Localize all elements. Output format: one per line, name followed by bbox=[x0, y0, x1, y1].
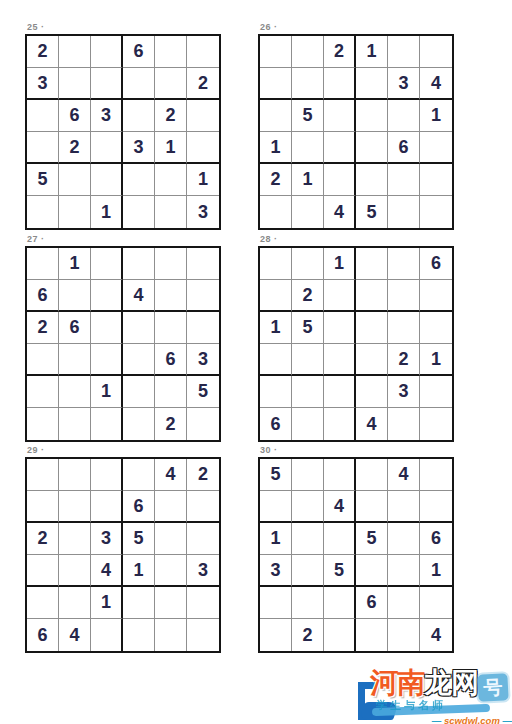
cell-r1c6 bbox=[420, 36, 452, 68]
cell-r1c4 bbox=[123, 459, 155, 491]
cell-r1c4 bbox=[356, 248, 388, 280]
cell-r1c3 bbox=[91, 459, 123, 491]
puzzle-number-label: 28 · bbox=[260, 235, 458, 244]
cell-r6c5 bbox=[155, 619, 187, 651]
sudoku-board-25: 26326322315113 bbox=[25, 34, 221, 230]
cell-r2c2: 2 bbox=[292, 280, 324, 312]
cell-r3c2: 5 bbox=[292, 100, 324, 132]
watermark-site-name: 河南龙网 bbox=[370, 668, 478, 698]
cell-r2c2 bbox=[292, 68, 324, 100]
cell-r6c5 bbox=[155, 196, 187, 228]
cell-r2c6 bbox=[187, 280, 219, 312]
puzzle-number-label: 30 · bbox=[260, 446, 458, 455]
cell-r3c4 bbox=[356, 312, 388, 344]
cell-r1c6 bbox=[187, 248, 219, 280]
cell-r1c1: 5 bbox=[260, 459, 292, 491]
cell-r1c4: 6 bbox=[123, 36, 155, 68]
cell-r6c6 bbox=[420, 408, 452, 440]
cell-r6c6: 4 bbox=[420, 619, 452, 651]
cell-r4c1 bbox=[260, 344, 292, 376]
cell-r2c2 bbox=[292, 491, 324, 523]
puzzle-number-label: 29 · bbox=[27, 446, 225, 455]
cell-r2c5 bbox=[388, 280, 420, 312]
watermark-dash-left: — bbox=[432, 715, 442, 724]
cell-r5c4 bbox=[123, 587, 155, 619]
sudoku-board-29: 426235413164 bbox=[25, 457, 221, 653]
cell-r5c2 bbox=[59, 587, 91, 619]
cell-r1c4 bbox=[356, 459, 388, 491]
cell-r3c2: 6 bbox=[59, 312, 91, 344]
cell-r4c3 bbox=[324, 344, 356, 376]
cell-r2c6 bbox=[420, 280, 452, 312]
cell-r3c3 bbox=[324, 312, 356, 344]
cell-r3c3: 3 bbox=[91, 523, 123, 555]
cell-r1c2 bbox=[292, 459, 324, 491]
cell-r6c3 bbox=[324, 408, 356, 440]
cell-r3c4 bbox=[356, 100, 388, 132]
cell-r1c2 bbox=[292, 248, 324, 280]
cell-r5c3 bbox=[324, 587, 356, 619]
sudoku-puzzle-27: 27 · 1642663152 bbox=[25, 235, 225, 442]
cell-r6c1 bbox=[27, 196, 59, 228]
cell-r2c4 bbox=[356, 280, 388, 312]
cell-r2c1: 6 bbox=[27, 280, 59, 312]
cell-r5c4 bbox=[356, 376, 388, 408]
cell-r6c4 bbox=[123, 619, 155, 651]
cell-r4c1: 3 bbox=[260, 555, 292, 587]
cell-r6c2 bbox=[292, 196, 324, 228]
cell-r5c2: 1 bbox=[292, 164, 324, 196]
cell-r6c3: 1 bbox=[91, 196, 123, 228]
cell-r4c6: 3 bbox=[187, 344, 219, 376]
cell-r5c5 bbox=[155, 376, 187, 408]
cell-r5c4 bbox=[123, 376, 155, 408]
cell-r4c6: 1 bbox=[420, 555, 452, 587]
cell-r4c2: 2 bbox=[59, 132, 91, 164]
cell-r2c4 bbox=[123, 68, 155, 100]
cell-r2c2 bbox=[59, 280, 91, 312]
watermark-dash-right: — bbox=[503, 715, 512, 724]
cell-r1c6: 2 bbox=[187, 459, 219, 491]
cell-r3c3 bbox=[91, 312, 123, 344]
cell-r6c3 bbox=[91, 408, 123, 440]
cell-r2c5 bbox=[388, 491, 420, 523]
cell-r4c4: 3 bbox=[123, 132, 155, 164]
cell-r6c1 bbox=[27, 408, 59, 440]
cell-r1c3 bbox=[91, 36, 123, 68]
cell-r6c2 bbox=[59, 408, 91, 440]
cell-r1c5 bbox=[155, 36, 187, 68]
cell-r6c2 bbox=[59, 196, 91, 228]
cell-r3c5 bbox=[155, 312, 187, 344]
cell-r6c6 bbox=[187, 408, 219, 440]
cell-r3c2 bbox=[292, 523, 324, 555]
watermark-url-text: scwdwl.com bbox=[444, 715, 500, 724]
cell-r2c4: 6 bbox=[123, 491, 155, 523]
cell-r4c6 bbox=[187, 132, 219, 164]
puzzle-number-label: 25 · bbox=[27, 23, 225, 32]
cell-r5c6: 1 bbox=[187, 164, 219, 196]
cell-r6c4 bbox=[356, 619, 388, 651]
cell-r4c3: 5 bbox=[324, 555, 356, 587]
cell-r3c5 bbox=[388, 523, 420, 555]
cell-r3c1: 2 bbox=[27, 312, 59, 344]
cell-r5c2 bbox=[292, 587, 324, 619]
cell-r5c2 bbox=[59, 164, 91, 196]
sudoku-puzzle-26: 26 · 213451162145 bbox=[258, 23, 458, 230]
cell-r5c4 bbox=[356, 164, 388, 196]
cell-r4c5: 6 bbox=[155, 344, 187, 376]
cell-r3c1: 2 bbox=[27, 523, 59, 555]
cell-r2c5 bbox=[155, 68, 187, 100]
cell-r6c5: 2 bbox=[155, 408, 187, 440]
cell-r1c5 bbox=[388, 248, 420, 280]
watermark-site-name-part2: 龙网 bbox=[424, 667, 478, 698]
cell-r4c6: 1 bbox=[420, 344, 452, 376]
cell-r6c6 bbox=[420, 196, 452, 228]
watermark-seal-stamp: 号 bbox=[477, 673, 508, 702]
cell-r3c5 bbox=[155, 523, 187, 555]
cell-r3c3: 3 bbox=[91, 100, 123, 132]
cell-r2c4 bbox=[356, 491, 388, 523]
cell-r5c6 bbox=[187, 587, 219, 619]
cell-r5c1 bbox=[260, 376, 292, 408]
cell-r3c5 bbox=[388, 312, 420, 344]
cell-r6c1 bbox=[260, 619, 292, 651]
cell-r6c4 bbox=[123, 408, 155, 440]
cell-r4c5 bbox=[388, 555, 420, 587]
cell-r3c6: 1 bbox=[420, 100, 452, 132]
sudoku-puzzle-28: 28 · 1621521364 bbox=[258, 235, 458, 442]
sudoku-board-26: 213451162145 bbox=[258, 34, 454, 230]
cell-r3c3 bbox=[324, 523, 356, 555]
cell-r4c2 bbox=[292, 132, 324, 164]
cell-r3c2: 6 bbox=[59, 100, 91, 132]
cell-r1c2: 1 bbox=[59, 248, 91, 280]
cell-r5c3 bbox=[324, 376, 356, 408]
cell-r5c2 bbox=[59, 376, 91, 408]
cell-r4c5: 1 bbox=[155, 132, 187, 164]
cell-r1c2 bbox=[59, 36, 91, 68]
cell-r4c1 bbox=[27, 344, 59, 376]
cell-r4c1 bbox=[27, 132, 59, 164]
cell-r1c5 bbox=[155, 248, 187, 280]
cell-r5c2 bbox=[292, 376, 324, 408]
cell-r6c5 bbox=[388, 408, 420, 440]
cell-r2c1 bbox=[260, 280, 292, 312]
cell-r5c5 bbox=[388, 587, 420, 619]
cell-r5c3: 1 bbox=[91, 587, 123, 619]
sudoku-puzzle-29: 29 · 426235413164 bbox=[25, 446, 225, 653]
cell-r4c3: 4 bbox=[91, 555, 123, 587]
cell-r6c2: 4 bbox=[59, 619, 91, 651]
watermark-site-name-part1: 河南 bbox=[370, 667, 424, 698]
cell-r5c5 bbox=[155, 587, 187, 619]
cell-r5c1: 2 bbox=[260, 164, 292, 196]
cell-r1c3: 1 bbox=[324, 248, 356, 280]
sudoku-board-28: 1621521364 bbox=[258, 246, 454, 442]
sudoku-worksheet-page: 25 · 26326322315113 26 · 213451162145 27… bbox=[0, 0, 512, 724]
cell-r3c3 bbox=[324, 100, 356, 132]
cell-r4c2 bbox=[59, 555, 91, 587]
cell-r5c1: 5 bbox=[27, 164, 59, 196]
cell-r4c5: 6 bbox=[388, 132, 420, 164]
cell-r3c1 bbox=[260, 100, 292, 132]
cell-r3c4: 5 bbox=[356, 523, 388, 555]
sudoku-puzzle-25: 25 · 26326322315113 bbox=[25, 23, 225, 230]
cell-r4c1 bbox=[27, 555, 59, 587]
cell-r5c1 bbox=[27, 587, 59, 619]
cell-r1c3 bbox=[91, 248, 123, 280]
cell-r2c1 bbox=[260, 491, 292, 523]
cell-r3c4: 5 bbox=[123, 523, 155, 555]
cell-r3c1 bbox=[27, 100, 59, 132]
cell-r3c5 bbox=[388, 100, 420, 132]
cell-r2c1: 3 bbox=[27, 68, 59, 100]
cell-r5c6: 5 bbox=[187, 376, 219, 408]
cell-r1c1: 2 bbox=[27, 36, 59, 68]
cell-r5c5: 3 bbox=[388, 376, 420, 408]
cell-r4c4: 1 bbox=[123, 555, 155, 587]
cell-r3c1: 1 bbox=[260, 312, 292, 344]
cell-r3c6 bbox=[420, 312, 452, 344]
cell-r3c6 bbox=[187, 100, 219, 132]
cell-r2c3 bbox=[324, 68, 356, 100]
cell-r6c2: 2 bbox=[292, 619, 324, 651]
sudoku-puzzle-30: 30 · 544156351624 bbox=[258, 446, 458, 653]
cell-r2c3 bbox=[91, 280, 123, 312]
cell-r3c6 bbox=[187, 312, 219, 344]
cell-r1c5: 4 bbox=[388, 459, 420, 491]
cell-r1c2 bbox=[292, 36, 324, 68]
cell-r6c6: 3 bbox=[187, 196, 219, 228]
cell-r1c3 bbox=[324, 459, 356, 491]
cell-r2c5: 3 bbox=[388, 68, 420, 100]
cell-r3c4 bbox=[123, 312, 155, 344]
cell-r6c3 bbox=[324, 619, 356, 651]
cell-r2c4: 4 bbox=[123, 280, 155, 312]
cell-r2c6 bbox=[187, 491, 219, 523]
cell-r6c1: 6 bbox=[27, 619, 59, 651]
cell-r1c4 bbox=[123, 248, 155, 280]
cell-r6c4 bbox=[123, 196, 155, 228]
cell-r1c6 bbox=[420, 459, 452, 491]
cell-r5c5 bbox=[155, 164, 187, 196]
cell-r1c5 bbox=[388, 36, 420, 68]
cell-r3c4 bbox=[123, 100, 155, 132]
cell-r1c3: 2 bbox=[324, 36, 356, 68]
cell-r6c1 bbox=[260, 196, 292, 228]
cell-r1c5: 4 bbox=[155, 459, 187, 491]
cell-r5c5 bbox=[388, 164, 420, 196]
cell-r2c6: 4 bbox=[420, 68, 452, 100]
cell-r2c4 bbox=[356, 68, 388, 100]
cell-r3c1: 1 bbox=[260, 523, 292, 555]
cell-r5c3 bbox=[91, 164, 123, 196]
cell-r3c5: 2 bbox=[155, 100, 187, 132]
cell-r4c2 bbox=[292, 344, 324, 376]
cell-r1c2 bbox=[59, 459, 91, 491]
cell-r6c3 bbox=[91, 619, 123, 651]
cell-r4c2 bbox=[292, 555, 324, 587]
cell-r4c3 bbox=[91, 132, 123, 164]
cell-r1c1 bbox=[27, 459, 59, 491]
cell-r4c3 bbox=[324, 132, 356, 164]
watermark-logo: 学生与名师 河南龙网 号 — scwdwl.com — bbox=[356, 670, 512, 724]
cell-r4c4 bbox=[356, 555, 388, 587]
sudoku-board-30: 544156351624 bbox=[258, 457, 454, 653]
cell-r2c2 bbox=[59, 68, 91, 100]
cell-r3c2: 5 bbox=[292, 312, 324, 344]
cell-r2c5 bbox=[155, 280, 187, 312]
cell-r2c6 bbox=[420, 491, 452, 523]
cell-r5c6 bbox=[420, 376, 452, 408]
cell-r4c6: 3 bbox=[187, 555, 219, 587]
cell-r4c5: 2 bbox=[388, 344, 420, 376]
cell-r6c3: 4 bbox=[324, 196, 356, 228]
cell-r5c4 bbox=[123, 164, 155, 196]
cell-r4c5 bbox=[155, 555, 187, 587]
cell-r5c3: 1 bbox=[91, 376, 123, 408]
cell-r4c4 bbox=[123, 344, 155, 376]
cell-r2c3 bbox=[91, 491, 123, 523]
cell-r2c5 bbox=[155, 491, 187, 523]
cell-r6c4: 5 bbox=[356, 196, 388, 228]
cell-r4c3 bbox=[91, 344, 123, 376]
cell-r5c6 bbox=[420, 164, 452, 196]
cell-r1c1 bbox=[27, 248, 59, 280]
cell-r5c4: 6 bbox=[356, 587, 388, 619]
cell-r6c5 bbox=[388, 196, 420, 228]
cell-r2c1 bbox=[260, 68, 292, 100]
cell-r2c6: 2 bbox=[187, 68, 219, 100]
cell-r2c3 bbox=[324, 280, 356, 312]
cell-r6c5 bbox=[388, 619, 420, 651]
cell-r6c6 bbox=[187, 619, 219, 651]
cell-r2c2 bbox=[59, 491, 91, 523]
cell-r4c1: 1 bbox=[260, 132, 292, 164]
cell-r5c1 bbox=[260, 587, 292, 619]
cell-r6c2 bbox=[292, 408, 324, 440]
cell-r4c2 bbox=[59, 344, 91, 376]
watermark-url: — scwdwl.com — bbox=[432, 715, 512, 724]
cell-r3c2 bbox=[59, 523, 91, 555]
cell-r5c6 bbox=[420, 587, 452, 619]
cell-r4c4 bbox=[356, 344, 388, 376]
cell-r1c1 bbox=[260, 36, 292, 68]
puzzle-number-label: 26 · bbox=[260, 23, 458, 32]
sudoku-board-27: 1642663152 bbox=[25, 246, 221, 442]
cell-r1c1 bbox=[260, 248, 292, 280]
cell-r5c1 bbox=[27, 376, 59, 408]
cell-r1c6: 6 bbox=[420, 248, 452, 280]
cell-r6c4: 4 bbox=[356, 408, 388, 440]
cell-r4c4 bbox=[356, 132, 388, 164]
cell-r1c6 bbox=[187, 36, 219, 68]
puzzle-number-label: 27 · bbox=[27, 235, 225, 244]
cell-r4c6 bbox=[420, 132, 452, 164]
cell-r6c1: 6 bbox=[260, 408, 292, 440]
cell-r2c3: 4 bbox=[324, 491, 356, 523]
cell-r1c4: 1 bbox=[356, 36, 388, 68]
cell-r2c1 bbox=[27, 491, 59, 523]
cell-r3c6: 6 bbox=[420, 523, 452, 555]
cell-r3c6 bbox=[187, 523, 219, 555]
cell-r5c3 bbox=[324, 164, 356, 196]
cell-r2c3 bbox=[91, 68, 123, 100]
